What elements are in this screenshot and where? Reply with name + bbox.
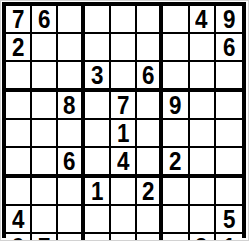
cell-r3c4[interactable]: 3	[85, 62, 111, 92]
cell-r4c6[interactable]	[137, 92, 163, 120]
cell-r7c3[interactable]	[58, 178, 84, 206]
cell-r9c1[interactable]: 9	[6, 234, 32, 241]
cell-r7c2[interactable]	[32, 178, 58, 206]
given-digit: 2	[142, 178, 154, 204]
given-digit: 4	[12, 206, 24, 232]
cell-r2c6[interactable]	[137, 34, 163, 62]
cell-r3c1[interactable]	[6, 62, 32, 92]
cell-r9c4[interactable]	[85, 234, 111, 241]
cell-r4c7[interactable]: 9	[163, 92, 189, 120]
cell-r6c4[interactable]	[85, 148, 111, 178]
cell-r6c6[interactable]	[137, 148, 163, 178]
cell-r1c2[interactable]: 6	[32, 6, 58, 34]
given-digit: 1	[91, 178, 103, 204]
cell-r4c3[interactable]: 8	[58, 92, 84, 120]
cell-r6c5[interactable]: 4	[111, 148, 137, 178]
cell-r8c8[interactable]	[190, 206, 216, 234]
cell-r4c4[interactable]	[85, 92, 111, 120]
cell-r8c2[interactable]	[32, 206, 58, 234]
given-digit: 2	[169, 148, 181, 174]
sudoku-screenshot-canvas: 76492636879164212459731	[0, 0, 249, 241]
cell-r4c9[interactable]	[216, 92, 242, 120]
cell-r1c8[interactable]: 4	[190, 6, 216, 34]
given-digit: 7	[12, 6, 24, 32]
cell-r1c5[interactable]	[111, 6, 137, 34]
given-digit: 4	[117, 148, 129, 174]
cell-r2c4[interactable]	[85, 34, 111, 62]
cell-r2c8[interactable]	[190, 34, 216, 62]
cell-r5c9[interactable]	[216, 120, 242, 148]
cell-r7c8[interactable]	[190, 178, 216, 206]
cell-r8c1[interactable]: 4	[6, 206, 32, 234]
cell-r8c7[interactable]	[163, 206, 189, 234]
cell-r9c9[interactable]: 1	[216, 234, 242, 241]
given-digit: 7	[117, 92, 129, 118]
given-digit: 9	[12, 234, 24, 241]
cell-r6c8[interactable]	[190, 148, 216, 178]
given-digit: 1	[223, 234, 235, 241]
given-digit: 6	[38, 6, 50, 32]
cell-r8c6[interactable]	[137, 206, 163, 234]
cell-r8c3[interactable]	[58, 206, 84, 234]
cell-r6c7[interactable]: 2	[163, 148, 189, 178]
sudoku-board: 76492636879164212459731	[2, 2, 246, 238]
cell-r3c3[interactable]	[58, 62, 84, 92]
cell-r4c1[interactable]	[6, 92, 32, 120]
cell-r1c7[interactable]	[163, 6, 189, 34]
cell-r2c1[interactable]: 2	[6, 34, 32, 62]
cell-r7c4[interactable]: 1	[85, 178, 111, 206]
cell-r9c3[interactable]	[58, 234, 84, 241]
cell-r9c6[interactable]	[137, 234, 163, 241]
cell-r8c5[interactable]	[111, 206, 137, 234]
cell-r2c5[interactable]	[111, 34, 137, 62]
cell-r3c7[interactable]	[163, 62, 189, 92]
cell-r5c6[interactable]	[137, 120, 163, 148]
cell-r9c7[interactable]	[163, 234, 189, 241]
given-digit: 3	[91, 62, 103, 88]
given-digit: 7	[38, 234, 50, 241]
cell-r7c6[interactable]: 2	[137, 178, 163, 206]
cell-r7c5[interactable]	[111, 178, 137, 206]
cell-r9c8[interactable]: 3	[190, 234, 216, 241]
cell-r5c2[interactable]	[32, 120, 58, 148]
cell-r4c5[interactable]: 7	[111, 92, 137, 120]
cell-r2c2[interactable]	[32, 34, 58, 62]
cell-r6c2[interactable]	[32, 148, 58, 178]
cell-r3c2[interactable]	[32, 62, 58, 92]
given-digit: 6	[63, 148, 75, 174]
given-digit: 6	[223, 34, 235, 60]
cell-r4c2[interactable]	[32, 92, 58, 120]
cell-r3c9[interactable]	[216, 62, 242, 92]
cell-r1c3[interactable]	[58, 6, 84, 34]
cell-r6c1[interactable]	[6, 148, 32, 178]
given-digit: 8	[63, 92, 75, 118]
cell-r2c7[interactable]	[163, 34, 189, 62]
cell-r3c5[interactable]	[111, 62, 137, 92]
given-digit: 4	[195, 6, 207, 32]
cell-r5c7[interactable]	[163, 120, 189, 148]
cell-r5c3[interactable]	[58, 120, 84, 148]
cell-r8c4[interactable]	[85, 206, 111, 234]
cell-r6c3[interactable]: 6	[58, 148, 84, 178]
cell-r2c9[interactable]: 6	[216, 34, 242, 62]
cell-r4c8[interactable]	[190, 92, 216, 120]
given-digit: 9	[169, 92, 181, 118]
cell-r1c1[interactable]: 7	[6, 6, 32, 34]
cell-r5c8[interactable]	[190, 120, 216, 148]
cell-r8c9[interactable]: 5	[216, 206, 242, 234]
cell-r1c9[interactable]: 9	[216, 6, 242, 34]
given-digit: 2	[12, 34, 24, 60]
cell-r1c4[interactable]	[85, 6, 111, 34]
cell-r9c2[interactable]: 7	[32, 234, 58, 241]
cell-r7c1[interactable]	[6, 178, 32, 206]
given-digit: 9	[223, 6, 235, 32]
given-digit: 1	[117, 120, 129, 146]
cell-r7c7[interactable]	[163, 178, 189, 206]
cell-r5c4[interactable]	[85, 120, 111, 148]
cell-r6c9[interactable]	[216, 148, 242, 178]
cell-r2c3[interactable]	[58, 34, 84, 62]
cell-r5c5[interactable]: 1	[111, 120, 137, 148]
cell-r3c8[interactable]	[190, 62, 216, 92]
given-digit: 3	[195, 234, 207, 241]
given-digit: 6	[142, 62, 154, 88]
cell-r3c6[interactable]: 6	[137, 62, 163, 92]
cell-r1c6[interactable]	[137, 6, 163, 34]
cell-r5c1[interactable]	[6, 120, 32, 148]
given-digit: 5	[223, 206, 235, 232]
cell-r9c5[interactable]	[111, 234, 137, 241]
cell-r7c9[interactable]	[216, 178, 242, 206]
